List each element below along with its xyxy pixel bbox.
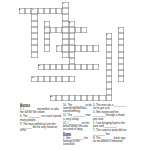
clue-number: 12 [50, 95, 52, 97]
clue-number: 7 [118, 27, 119, 29]
clue-number: 8 [106, 33, 107, 35]
across-clues-middle: 10. The ________ to do something bad was… [63, 103, 92, 131]
clue-item: 1. She ________ her feelings to the coun… [63, 136, 92, 146]
clue-number: 11 [32, 76, 34, 78]
clue-item: 10. The ________ to do something bad was… [63, 103, 92, 113]
grid-cell[interactable] [93, 64, 99, 70]
clue-number: 5 [69, 21, 70, 23]
clue-item: 6. The ________ car crash injured many p… [20, 115, 62, 122]
clue-item: 11. The ________ man is very lonely. [63, 114, 92, 121]
grid-cell[interactable] [106, 95, 112, 101]
across-clues-left: 2. I ________ my mother to take me out f… [20, 107, 62, 132]
clues-column-middle: 10. The ________ to do something bad was… [63, 103, 92, 150]
clue-item: 3. The man ate a ________ so he got sick… [93, 103, 128, 110]
grid-cell[interactable] [44, 45, 50, 51]
clues-column-right: 3. The man ate a ________ so he got sick… [93, 103, 128, 150]
grid-cell[interactable] [81, 27, 87, 33]
clue-number: 2 [19, 8, 20, 10]
clue-item: 4. She expressed her ________ through a … [93, 110, 128, 120]
clue-item: 12. I ________ on her behalf when she wa… [63, 121, 92, 131]
clue-item: 8. The ________ book app on my phone is … [93, 136, 128, 143]
down-header: Down [63, 132, 92, 136]
clue-number: 3 [32, 8, 33, 10]
clue-item: 7. The surprise party did not ________ h… [93, 128, 128, 135]
clue-item: 5. I am bringing food to the poor and __… [93, 121, 128, 128]
grid-cell[interactable] [93, 45, 99, 51]
clue-item: 9. The man yelled out into the ________ … [20, 122, 62, 132]
down-clues-middle: 1. She ________ her feelings to the coun… [63, 136, 92, 146]
clue-item: 2. I ________ my mother to take me out f… [20, 107, 62, 114]
down-clues-right: 3. The man ate a ________ so he got sick… [93, 103, 128, 142]
clue-number: 9 [57, 45, 58, 47]
crossword-grid: 123456789101112 [19, 2, 124, 101]
clue-number: 4 [44, 21, 45, 23]
crossword-puzzle-page: { "game": "crossword", "grid": { "rows":… [0, 0, 150, 150]
across-header: Across [20, 103, 62, 107]
clues-column-left: Across 2. I ________ my mother to take m… [20, 103, 62, 150]
grid-cell[interactable] [118, 76, 124, 82]
grid-cell[interactable] [31, 52, 37, 58]
clue-number: 1 [63, 2, 64, 4]
grid-cell[interactable] [69, 76, 75, 82]
clue-number: 10 [38, 64, 40, 66]
clue-number: 6 [44, 27, 45, 29]
